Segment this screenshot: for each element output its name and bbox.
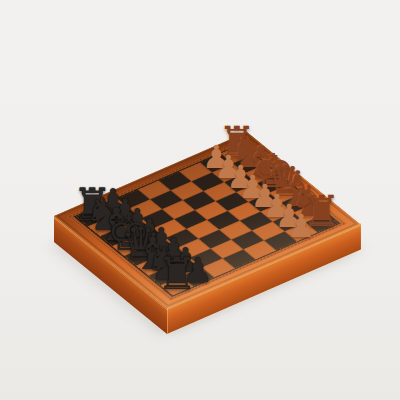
chess-set-product-photo: ♜♞♝♚♛♝♞♜♟♟♟♟♟♟♟♟♟♟♟♟♟♟♟♟♜♞♝♚♛♝♞♜ (0, 0, 400, 400)
